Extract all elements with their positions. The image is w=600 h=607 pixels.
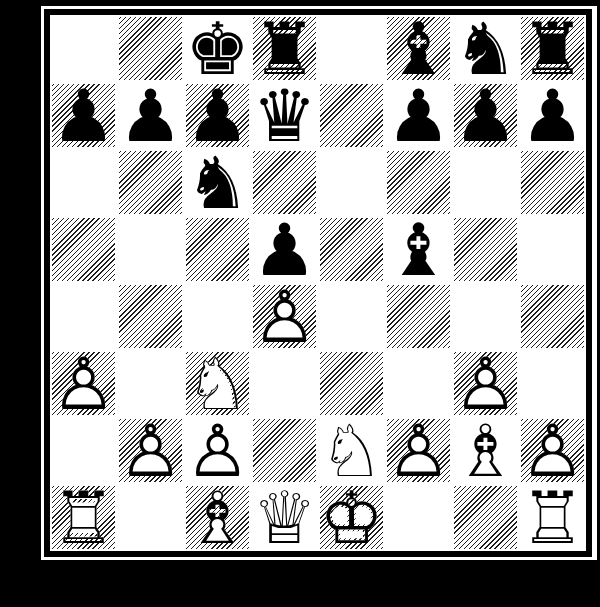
black-pawn-d5: ♟: [251, 216, 318, 283]
square-d2: [251, 417, 318, 484]
piece-glyph: ♙: [252, 281, 317, 353]
square-e5: [318, 216, 385, 283]
square-d4: ♟♙: [251, 283, 318, 350]
white-pawn-b2: ♟♙: [119, 419, 182, 482]
square-h1: ♜♖: [519, 484, 586, 551]
black-bishop-f8: ♝: [387, 17, 450, 80]
square-h2: ♟♙: [519, 417, 586, 484]
square-d3: [251, 350, 318, 417]
black-knight-c6: ♞: [184, 149, 251, 216]
square-b6: [117, 149, 184, 216]
white-pawn-g3: ♟♙: [454, 352, 517, 415]
black-pawn-h7: ♟: [519, 82, 586, 149]
square-f5: ♝: [385, 216, 452, 283]
square-e6: [318, 149, 385, 216]
white-rook-h1: ♜♖: [519, 484, 586, 551]
square-a1: ♜♖: [50, 484, 117, 551]
white-bishop-c1: ♝♗: [186, 486, 249, 549]
square-a3: ♟♙: [50, 350, 117, 417]
square-g2: ♝♗: [452, 417, 519, 484]
white-pawn-d4: ♟♙: [253, 285, 316, 348]
square-e4: [318, 283, 385, 350]
white-queen-d1: ♛♕: [251, 484, 318, 551]
white-pawn-h2: ♟♙: [521, 419, 584, 482]
square-c5: [184, 216, 251, 283]
piece-glyph: ♗: [185, 482, 250, 554]
square-b8: [117, 15, 184, 82]
piece-glyph: ♙: [386, 415, 451, 487]
white-king-e1: ♚♔: [320, 486, 383, 549]
black-knight-g8: ♞: [452, 15, 519, 82]
white-pawn-c2: ♟♙: [184, 417, 251, 484]
square-f7: ♟: [385, 82, 452, 149]
piece-glyph: ♟: [51, 80, 116, 152]
piece-glyph: ♟: [520, 80, 585, 152]
square-h6: [519, 149, 586, 216]
square-b2: ♟♙: [117, 417, 184, 484]
square-b1: [117, 484, 184, 551]
square-a6: [50, 149, 117, 216]
black-queen-d7: ♛: [251, 82, 318, 149]
piece-glyph: ♝: [386, 214, 451, 286]
piece-glyph: ♞: [185, 147, 250, 219]
black-pawn-c7: ♟: [186, 84, 249, 147]
square-f4: [385, 283, 452, 350]
black-pawn-b7: ♟: [117, 82, 184, 149]
square-g4: [452, 283, 519, 350]
square-g1: [452, 484, 519, 551]
square-h4: [519, 283, 586, 350]
white-pawn-a3: ♟♙: [52, 352, 115, 415]
piece-glyph: ♟: [453, 80, 518, 152]
square-c7: ♟: [184, 82, 251, 149]
square-c4: [184, 283, 251, 350]
square-d7: ♛: [251, 82, 318, 149]
square-h5: [519, 216, 586, 283]
black-pawn-f7: ♟: [385, 82, 452, 149]
white-bishop-g2: ♝♗: [452, 417, 519, 484]
square-c2: ♟♙: [184, 417, 251, 484]
black-rook-h8: ♜: [521, 17, 584, 80]
piece-glyph: ♗: [453, 415, 518, 487]
black-pawn-a7: ♟: [52, 84, 115, 147]
board-outer-gap: ♚♜♝♞♜♟♟♟♛♟♟♟♞♟♝♟♙♟♙♞♘♟♙♟♙♟♙♞♘♟♙♝♗♟♙♜♖♝♗♛…: [41, 6, 597, 560]
piece-glyph: ♟: [386, 80, 451, 152]
piece-glyph: ♕: [252, 482, 317, 554]
board-frame: ♚♜♝♞♜♟♟♟♛♟♟♟♞♟♝♟♙♟♙♞♘♟♙♟♙♟♙♞♘♟♙♝♗♟♙♜♖♝♗♛…: [44, 9, 592, 557]
square-a7: ♟: [50, 82, 117, 149]
chess-board: ♚♜♝♞♜♟♟♟♛♟♟♟♞♟♝♟♙♟♙♞♘♟♙♟♙♟♙♞♘♟♙♝♗♟♙♜♖♝♗♛…: [50, 15, 586, 551]
square-e7: [318, 82, 385, 149]
square-g6: [452, 149, 519, 216]
square-e8: [318, 15, 385, 82]
square-c6: ♞: [184, 149, 251, 216]
square-f1: [385, 484, 452, 551]
piece-glyph: ♛: [252, 80, 317, 152]
black-bishop-f5: ♝: [385, 216, 452, 283]
square-a2: [50, 417, 117, 484]
square-h7: ♟: [519, 82, 586, 149]
square-f6: [385, 149, 452, 216]
white-pawn-f2: ♟♙: [387, 419, 450, 482]
square-g5: [452, 216, 519, 283]
square-d1: ♛♕: [251, 484, 318, 551]
square-d6: [251, 149, 318, 216]
square-b4: [117, 283, 184, 350]
square-b7: ♟: [117, 82, 184, 149]
square-d8: ♜: [251, 15, 318, 82]
piece-glyph: ♟: [118, 80, 183, 152]
black-rook-d8: ♜: [253, 17, 316, 80]
black-king-c8: ♚: [184, 15, 251, 82]
square-f8: ♝: [385, 15, 452, 82]
square-e3: [318, 350, 385, 417]
square-a8: [50, 15, 117, 82]
square-f3: [385, 350, 452, 417]
square-a4: [50, 283, 117, 350]
white-knight-e2: ♞♘: [318, 417, 385, 484]
piece-glyph: ♖: [51, 482, 116, 554]
white-rook-a1: ♜♖: [52, 486, 115, 549]
scanned-page: ♚♜♝♞♜♟♟♟♛♟♟♟♞♟♝♟♙♟♙♞♘♟♙♟♙♟♙♞♘♟♙♝♗♟♙♜♖♝♗♛…: [0, 0, 600, 607]
square-g7: ♟: [452, 82, 519, 149]
square-g8: ♞: [452, 15, 519, 82]
piece-glyph: ♖: [520, 482, 585, 554]
piece-glyph: ♙: [51, 348, 116, 420]
piece-glyph: ♙: [118, 415, 183, 487]
black-pawn-g7: ♟: [454, 84, 517, 147]
white-knight-c3: ♞♘: [186, 352, 249, 415]
square-f2: ♟♙: [385, 417, 452, 484]
square-h3: [519, 350, 586, 417]
square-c3: ♞♘: [184, 350, 251, 417]
square-d5: ♟: [251, 216, 318, 283]
square-e2: ♞♘: [318, 417, 385, 484]
square-b3: [117, 350, 184, 417]
square-g3: ♟♙: [452, 350, 519, 417]
square-c8: ♚: [184, 15, 251, 82]
square-e1: ♚♔: [318, 484, 385, 551]
square-c1: ♝♗: [184, 484, 251, 551]
piece-glyph: ♔: [319, 482, 384, 554]
square-h8: ♜: [519, 15, 586, 82]
square-a5: [50, 216, 117, 283]
square-b5: [117, 216, 184, 283]
